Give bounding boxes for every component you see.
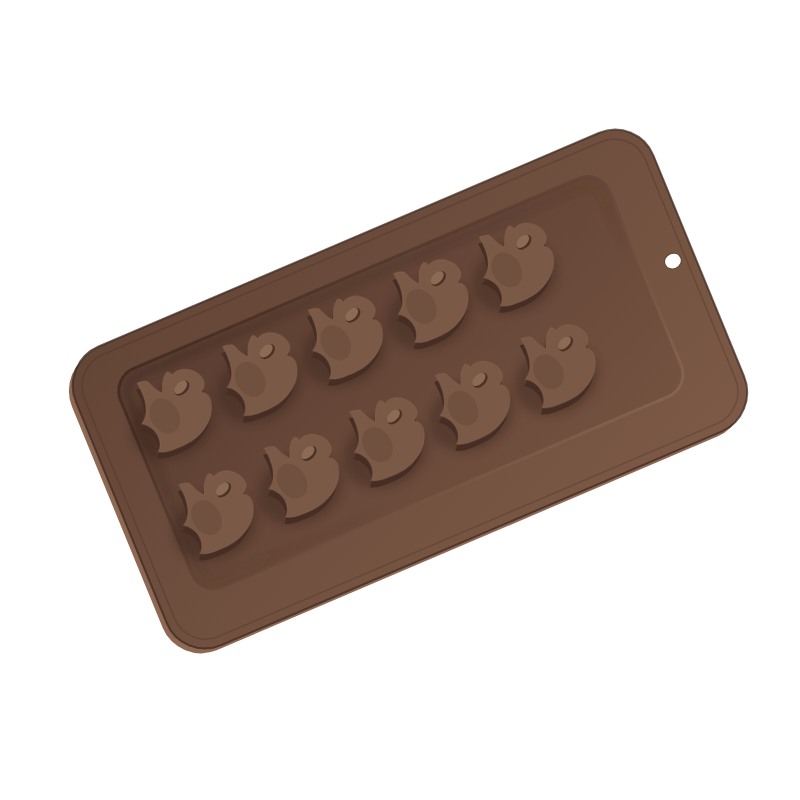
product-photo <box>0 0 800 800</box>
scene-svg <box>0 0 800 800</box>
